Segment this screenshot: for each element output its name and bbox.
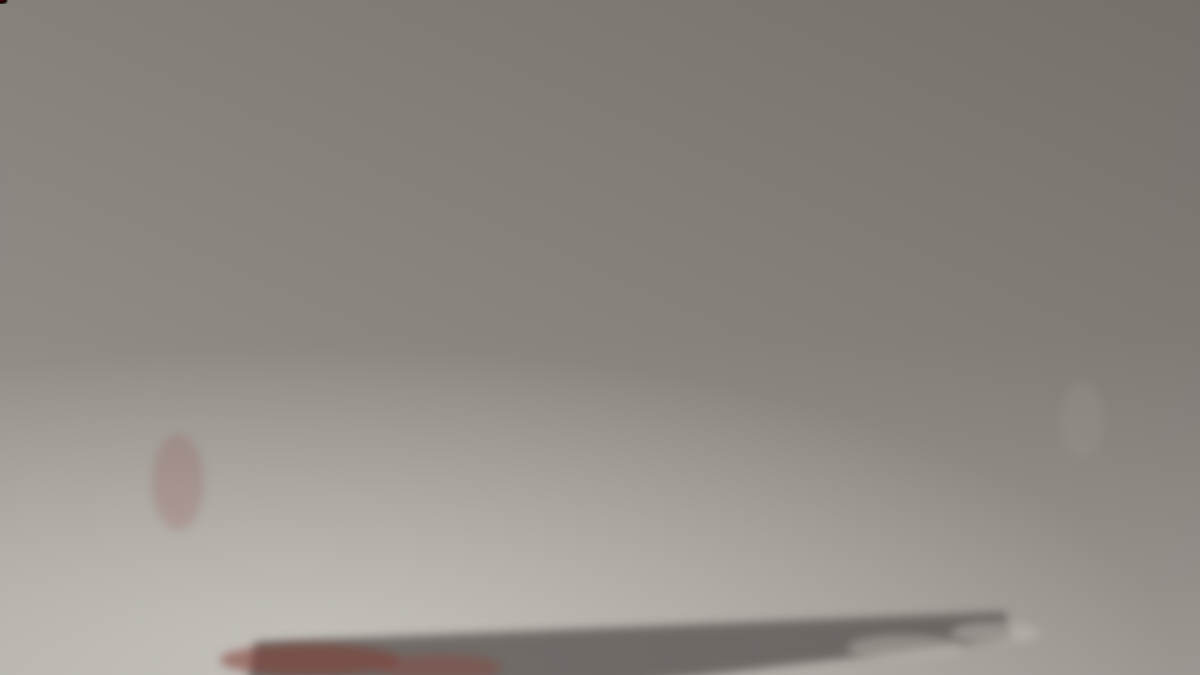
board-svg bbox=[0, 0, 1200, 675]
floor-reflection bbox=[152, 434, 204, 530]
piece-red-pawn: ♟ bbox=[0, 0, 7, 2]
floor-reflection bbox=[1060, 382, 1104, 458]
floor-reflection bbox=[847, 635, 963, 661]
floor-reflection bbox=[220, 644, 400, 675]
scene: ♜♞♝♛♚♝♞♜♟♟♟♟♟♟♟♟♜♞♝♛♚♝♞♜♟♟♟♟♟♟♟♟♜♞♝♚♛♝♞♜… bbox=[0, 0, 1200, 675]
floor-reflection bbox=[950, 622, 1040, 644]
